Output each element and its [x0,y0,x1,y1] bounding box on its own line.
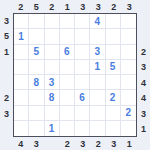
cell-r5c4[interactable] [60,75,75,90]
cell-r4c4[interactable] [60,60,75,75]
clue-left-4 [0,60,13,76]
cell-r4c3[interactable] [45,60,60,75]
cell-r8c8[interactable] [121,121,136,136]
clues-left: 35123 [0,13,13,137]
clue-top-7: 2 [106,0,122,13]
clue-top-8: 3 [122,0,138,13]
cell-r8c1[interactable] [14,121,29,136]
cell-r7c2[interactable] [29,106,44,121]
cell-r6c8[interactable] [121,90,136,105]
clue-left-6: 2 [0,91,13,107]
cell-r2c3[interactable] [45,29,60,44]
clue-right-5: 4 [137,75,150,91]
cell-r2c4[interactable] [60,29,75,44]
clue-top-5: 3 [75,0,91,13]
clue-bottom-4: 2 [60,137,76,150]
cell-r8c5[interactable] [75,121,90,136]
cell-r3c5[interactable] [75,45,90,60]
clue-top-1: 2 [13,0,29,13]
clue-bottom-3 [44,137,60,150]
cell-r6c4[interactable] [60,90,75,105]
cell-r2c7[interactable] [106,29,121,44]
clue-left-2: 5 [0,29,13,45]
cell-r3c1[interactable] [14,45,29,60]
cell-r2c6[interactable] [90,29,105,44]
clue-top-2: 5 [29,0,45,13]
clue-right-1 [137,13,150,29]
cell-r1c2[interactable] [29,14,44,29]
cell-r7c6[interactable] [90,106,105,121]
clue-left-7: 3 [0,106,13,122]
cell-r1c1[interactable] [14,14,29,29]
clue-left-5 [0,75,13,91]
cell-r5c1[interactable] [14,75,29,90]
cell-r6c6[interactable] [90,90,105,105]
cell-r2c5[interactable] [75,29,90,44]
clue-bottom-5: 3 [75,137,91,150]
cell-r5c5[interactable] [75,75,90,90]
cell-r1c5[interactable] [75,14,90,29]
cell-r6c2[interactable] [29,90,44,105]
cell-r7c8[interactable]: 2 [121,106,136,121]
cell-r1c7[interactable] [106,14,121,29]
cell-r2c1[interactable]: 1 [14,29,29,44]
cell-r1c3[interactable] [45,14,60,29]
cell-r5c6[interactable] [90,75,105,90]
clue-left-1: 3 [0,13,13,29]
clue-top-3: 2 [44,0,60,13]
clue-right-4: 3 [137,60,150,76]
cell-r5c2[interactable]: 8 [29,75,44,90]
cell-r8c3[interactable]: 1 [45,121,60,136]
cell-r8c6[interactable] [90,121,105,136]
cell-r3c6[interactable]: 3 [90,45,105,60]
clues-top: 25213323 [13,0,137,13]
cell-r3c8[interactable] [121,45,136,60]
cell-r5c7[interactable] [106,75,121,90]
clue-right-8: 1 [137,122,150,138]
cell-r4c8[interactable] [121,60,136,75]
cell-r2c8[interactable] [121,29,136,44]
cell-r7c3[interactable] [45,106,60,121]
cell-r6c5[interactable]: 6 [75,90,90,105]
cell-r6c7[interactable]: 2 [106,90,121,105]
cell-r4c7[interactable]: 5 [106,60,121,75]
clue-right-7: 3 [137,106,150,122]
cell-r3c2[interactable]: 5 [29,45,44,60]
cell-r1c8[interactable] [121,14,136,29]
cell-r5c3[interactable]: 3 [45,75,60,90]
cell-r6c1[interactable] [14,90,29,105]
cell-r7c5[interactable] [75,106,90,121]
clue-bottom-1: 4 [13,137,29,150]
cell-r4c5[interactable] [75,60,90,75]
cell-r5c8[interactable] [121,75,136,90]
cell-r4c6[interactable]: 1 [90,60,105,75]
clue-bottom-2: 3 [29,137,45,150]
cell-r1c6[interactable]: 4 [90,14,105,29]
clues-bottom: 4323231 [13,137,137,150]
clue-right-6: 4 [137,91,150,107]
cell-r2c2[interactable] [29,29,44,44]
cell-r1c4[interactable] [60,14,75,29]
cell-r3c7[interactable] [106,45,121,60]
clues-right: 234431 [137,13,150,137]
clue-top-6: 3 [91,0,107,13]
clue-bottom-6: 2 [91,137,107,150]
board: 41563158386221 [13,13,137,137]
clue-left-3: 1 [0,44,13,60]
cell-r8c4[interactable] [60,121,75,136]
clue-left-8 [0,122,13,138]
cell-r4c2[interactable] [29,60,44,75]
clue-right-2 [137,29,150,45]
clue-right-3: 2 [137,44,150,60]
clue-bottom-8: 1 [122,137,138,150]
skyscrapers-puzzle: 25213323 35123 234431 4323231 4156315838… [0,0,150,150]
cell-r8c7[interactable] [106,121,121,136]
cell-r7c1[interactable] [14,106,29,121]
cell-r7c4[interactable] [60,106,75,121]
cell-r8c2[interactable] [29,121,44,136]
cell-r7c7[interactable] [106,106,121,121]
clue-bottom-7: 3 [106,137,122,150]
cell-r4c1[interactable] [14,60,29,75]
clue-top-4: 1 [60,0,76,13]
cell-r3c4[interactable]: 6 [60,45,75,60]
cell-r6c3[interactable]: 8 [45,90,60,105]
cell-r3c3[interactable] [45,45,60,60]
